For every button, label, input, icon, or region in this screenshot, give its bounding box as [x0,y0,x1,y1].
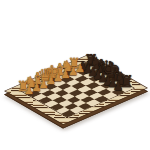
chess-set-photo[interactable]: ♜♞♝♛♚♝♞♜♟♟♟♟♟♟♟♟♜♞♝♛♚♝♞♜♟♟♟♟♟♟♟♟ [0,0,150,150]
chess-board [4,54,148,125]
board-grid [20,61,135,118]
